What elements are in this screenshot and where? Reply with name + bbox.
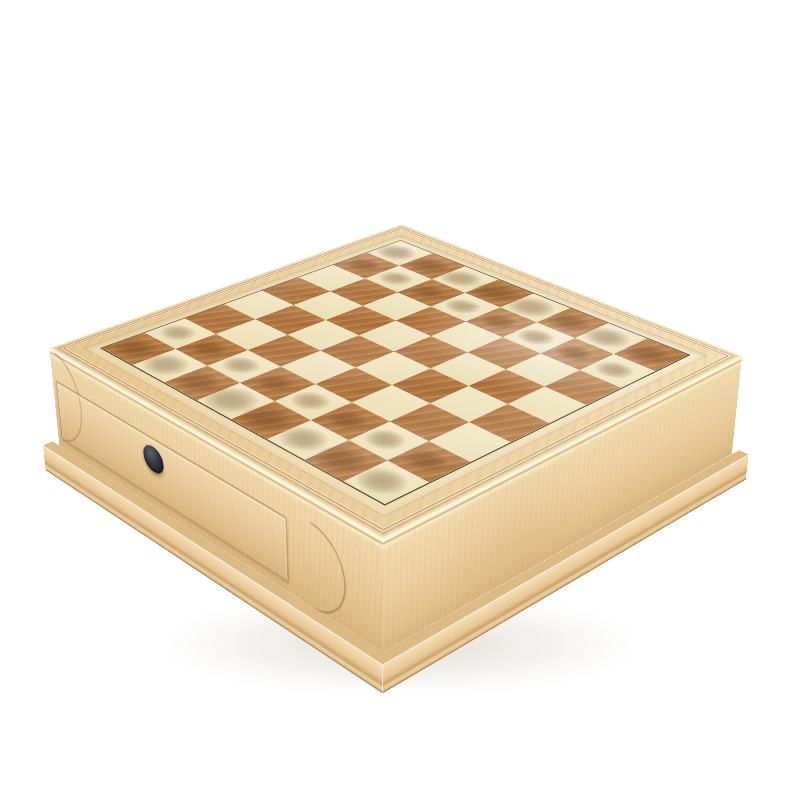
black-pawn-glyph: ♟ bbox=[578, 301, 657, 370]
drawer-knob[interactable] bbox=[143, 440, 165, 478]
chess-set-photo: ♜♞♝♚♛♝♞♜♟♟♟♟♟♟♟♟♟♟♟♟♟♟♟♟♜♞♝♚♛♝♞♜ bbox=[0, 0, 800, 800]
white-rook-glyph: ♜ bbox=[332, 387, 440, 481]
